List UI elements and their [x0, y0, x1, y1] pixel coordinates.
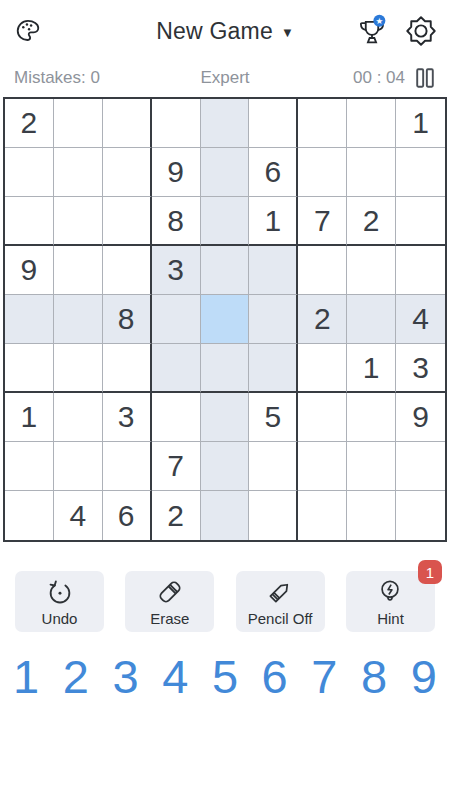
achievements-button[interactable]: ★	[355, 14, 389, 48]
sudoku-app: New Game ▼ ★	[0, 0, 450, 800]
cell-r4c2[interactable]	[54, 246, 103, 295]
cell-r1c1[interactable]: 2	[5, 99, 54, 148]
cell-r7c7[interactable]	[298, 393, 347, 442]
cell-r8c6[interactable]	[249, 442, 298, 491]
cell-r8c4[interactable]: 7	[152, 442, 201, 491]
cell-r5c8[interactable]	[347, 295, 396, 344]
cell-r9c2[interactable]: 4	[54, 491, 103, 540]
cell-r7c9[interactable]: 9	[396, 393, 445, 442]
cell-r2c4[interactable]: 9	[152, 148, 201, 197]
pencil-icon	[264, 576, 296, 608]
top-bar: New Game ▼ ★	[0, 0, 450, 62]
cell-r8c8[interactable]	[347, 442, 396, 491]
erase-button[interactable]: Erase	[125, 571, 214, 632]
hint-label: Hint	[377, 610, 404, 627]
numpad-9[interactable]: 9	[411, 653, 437, 700]
cell-r7c1[interactable]: 1	[5, 393, 54, 442]
cell-r9c1[interactable]	[5, 491, 54, 540]
cell-r9c5[interactable]	[201, 491, 250, 540]
cell-r5c2[interactable]	[54, 295, 103, 344]
cell-r6c6[interactable]	[249, 344, 298, 393]
cell-r3c1[interactable]	[5, 197, 54, 246]
cell-r3c3[interactable]	[103, 197, 152, 246]
sudoku-board: 21968172938241313597462	[3, 97, 447, 542]
cell-r5c4[interactable]	[152, 295, 201, 344]
cell-r2c9[interactable]	[396, 148, 445, 197]
mistakes-label: Mistakes: 0	[14, 68, 100, 88]
cell-r8c2[interactable]	[54, 442, 103, 491]
cell-r6c2[interactable]	[54, 344, 103, 393]
cell-r1c5[interactable]	[201, 99, 250, 148]
cell-r6c4[interactable]	[152, 344, 201, 393]
difficulty-label: Expert	[200, 68, 249, 88]
cell-r9c9[interactable]	[396, 491, 445, 540]
cell-r7c2[interactable]	[54, 393, 103, 442]
numpad-3[interactable]: 3	[112, 653, 138, 700]
cell-r8c7[interactable]	[298, 442, 347, 491]
settings-button[interactable]	[405, 15, 437, 47]
undo-label: Undo	[42, 610, 78, 627]
erase-label: Erase	[150, 610, 189, 627]
cell-r1c2[interactable]	[54, 99, 103, 148]
cell-r7c8[interactable]	[347, 393, 396, 442]
cell-r6c8[interactable]: 1	[347, 344, 396, 393]
hint-badge: 1	[418, 560, 442, 584]
top-bar-right: ★	[355, 14, 437, 48]
cell-r5c7[interactable]: 2	[298, 295, 347, 344]
settings-gear-icon	[405, 15, 437, 47]
cell-r3c2[interactable]	[54, 197, 103, 246]
cell-r8c3[interactable]	[103, 442, 152, 491]
pencil-toggle-button[interactable]: Pencil Off	[236, 571, 325, 632]
cell-r4c7[interactable]	[298, 246, 347, 295]
cell-r8c5[interactable]	[201, 442, 250, 491]
numpad-8[interactable]: 8	[361, 653, 387, 700]
chevron-down-icon: ▼	[281, 23, 294, 40]
cell-r1c6[interactable]	[249, 99, 298, 148]
numpad-7[interactable]: 7	[311, 653, 337, 700]
theme-palette-button[interactable]	[13, 16, 43, 46]
cell-r5c5[interactable]	[201, 295, 250, 344]
cell-r9c4[interactable]: 2	[152, 491, 201, 540]
numpad-4[interactable]: 4	[162, 653, 188, 700]
cell-r4c4[interactable]: 3	[152, 246, 201, 295]
palette-icon	[13, 16, 43, 46]
cell-r7c4[interactable]	[152, 393, 201, 442]
cell-r8c9[interactable]	[396, 442, 445, 491]
cell-r1c8[interactable]	[347, 99, 396, 148]
cell-r9c6[interactable]	[249, 491, 298, 540]
number-pad: 123456789	[0, 653, 450, 700]
cell-r5c6[interactable]	[249, 295, 298, 344]
cell-r3c9[interactable]	[396, 197, 445, 246]
cell-r3c7[interactable]: 7	[298, 197, 347, 246]
cell-r2c1[interactable]	[5, 148, 54, 197]
status-bar: Mistakes: 0 Expert 00 : 04	[0, 62, 450, 94]
trophy-icon: ★	[355, 14, 389, 48]
cell-r1c4[interactable]	[152, 99, 201, 148]
undo-icon	[44, 576, 76, 608]
numpad-5[interactable]: 5	[212, 653, 238, 700]
numpad-6[interactable]: 6	[262, 653, 288, 700]
cell-r6c1[interactable]	[5, 344, 54, 393]
cell-r1c9[interactable]: 1	[396, 99, 445, 148]
pause-icon	[414, 67, 436, 89]
pause-button[interactable]	[414, 67, 436, 89]
cell-r4c6[interactable]	[249, 246, 298, 295]
cell-r7c5[interactable]	[201, 393, 250, 442]
cell-r2c3[interactable]	[103, 148, 152, 197]
cell-r1c7[interactable]	[298, 99, 347, 148]
cell-r6c9[interactable]: 3	[396, 344, 445, 393]
numpad-1[interactable]: 1	[13, 653, 39, 700]
cell-r3c4[interactable]: 8	[152, 197, 201, 246]
numpad-2[interactable]: 2	[63, 653, 89, 700]
cell-r6c3[interactable]	[103, 344, 152, 393]
cell-r7c3[interactable]: 3	[103, 393, 152, 442]
cell-r2c5[interactable]	[201, 148, 250, 197]
cell-r3c8[interactable]: 2	[347, 197, 396, 246]
toolbar: Undo Erase	[0, 571, 450, 632]
cell-r4c1[interactable]: 9	[5, 246, 54, 295]
svg-text:★: ★	[376, 16, 384, 26]
cell-r6c7[interactable]	[298, 344, 347, 393]
cell-r5c9[interactable]: 4	[396, 295, 445, 344]
cell-r2c6[interactable]: 6	[249, 148, 298, 197]
cell-r2c8[interactable]	[347, 148, 396, 197]
cell-r1c3[interactable]	[103, 99, 152, 148]
undo-button[interactable]: Undo	[15, 571, 104, 632]
cell-r9c7[interactable]	[298, 491, 347, 540]
cell-r4c8[interactable]	[347, 246, 396, 295]
cell-r7c6[interactable]: 5	[249, 393, 298, 442]
new-game-label: New Game	[156, 18, 273, 45]
cell-r3c5[interactable]	[201, 197, 250, 246]
cell-r3c6[interactable]: 1	[249, 197, 298, 246]
pencil-label: Pencil Off	[248, 610, 313, 627]
cell-r9c8[interactable]	[347, 491, 396, 540]
cell-r6c5[interactable]	[201, 344, 250, 393]
cell-r2c2[interactable]	[54, 148, 103, 197]
cell-r4c3[interactable]	[103, 246, 152, 295]
cell-r4c5[interactable]	[201, 246, 250, 295]
hint-bulb-icon	[374, 576, 406, 608]
cell-r8c1[interactable]	[5, 442, 54, 491]
cell-r2c7[interactable]	[298, 148, 347, 197]
new-game-menu[interactable]: New Game ▼	[156, 18, 294, 45]
hint-button[interactable]: 1 Hint	[346, 571, 435, 632]
cell-r9c3[interactable]: 6	[103, 491, 152, 540]
eraser-icon	[154, 576, 186, 608]
cell-r5c3[interactable]: 8	[103, 295, 152, 344]
cell-r5c1[interactable]	[5, 295, 54, 344]
cell-r4c9[interactable]	[396, 246, 445, 295]
timer-label: 00 : 04	[353, 68, 405, 88]
